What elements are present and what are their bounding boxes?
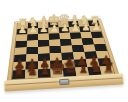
board-grid: ♜♞♝♚♛♝♞♜♟♟♟♟♟♟♟♟♟♟♟♟♟♟♟♟♜♞♝♚♛♝♞♜	[12, 20, 114, 79]
square-e8[interactable]: ♚	[50, 68, 63, 77]
scene: ♜♞♝♚♛♝♞♜♟♟♟♟♟♟♟♟♟♟♟♟♟♟♟♟♜♞♝♚♛♝♞♜	[0, 0, 128, 102]
square-h7[interactable]: ♟	[13, 62, 26, 71]
white-rook: ♜	[89, 15, 99, 26]
white-knight: ♞	[28, 16, 39, 28]
square-f8[interactable]: ♝	[38, 69, 51, 78]
chess-set-photo: ♜♞♝♚♛♝♞♜♟♟♟♟♟♟♟♟♟♟♟♟♟♟♟♟♜♞♝♚♛♝♞♜	[0, 0, 128, 102]
black-rook: ♜	[102, 61, 114, 75]
square-g8[interactable]: ♞	[25, 69, 38, 78]
white-rook: ♜	[18, 18, 28, 29]
chess-board: ♜♞♝♚♛♝♞♜♟♟♟♟♟♟♟♟♟♟♟♟♟♟♟♟♜♞♝♚♛♝♞♜	[7, 18, 121, 83]
latch-clasp-icon	[59, 79, 69, 86]
square-h8[interactable]: ♜	[12, 70, 25, 79]
